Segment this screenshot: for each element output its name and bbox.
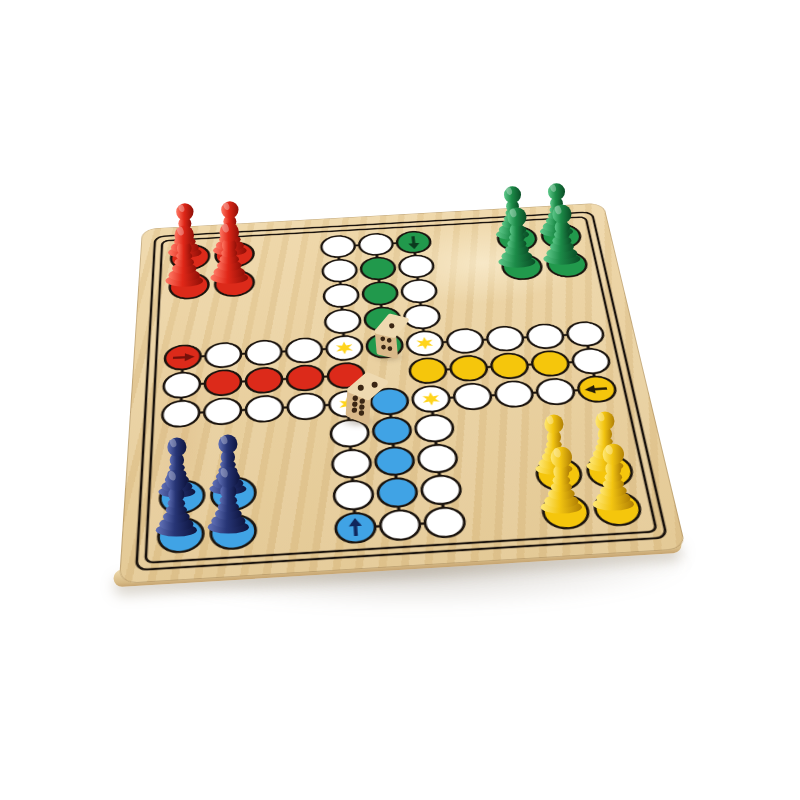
track-cell-10-7-white — [535, 378, 576, 405]
green-home-cell-3 — [364, 307, 401, 332]
track-cell-7-10-white — [420, 475, 462, 505]
blue-yard-circle-1 — [159, 480, 204, 515]
track-cell-1-7-white — [162, 400, 200, 428]
track-cell-7-9-white — [417, 444, 458, 473]
track-cell-8-5-white — [446, 328, 484, 354]
yellow-yard-circle-4 — [592, 491, 643, 526]
red-home-cell-2 — [246, 367, 282, 394]
track-cell-5-2-white — [322, 259, 357, 283]
red-yard-circle-2 — [215, 242, 253, 268]
red-yard-circle-3 — [169, 272, 209, 299]
track-cell-2-5-white — [205, 342, 241, 368]
blue-yard-circle-2 — [211, 477, 255, 512]
blue-home-cell-2 — [375, 446, 415, 475]
track-cell-2-7-white — [204, 397, 241, 425]
track-cell-6-1-white — [359, 233, 394, 256]
blue-home-cell-3 — [372, 417, 411, 445]
yellow-home-cell-1 — [530, 350, 570, 376]
board-design — [119, 203, 686, 584]
track-cell-5-8-white — [330, 419, 369, 447]
yellow-home-cell-2 — [490, 353, 530, 379]
red-home-cell-1 — [205, 369, 241, 396]
track-cell-5-4-white — [325, 309, 361, 334]
track-cell-4-5-white — [286, 337, 322, 363]
red-yard-circle-4 — [215, 270, 254, 297]
yellow-yard-circle-1 — [535, 457, 584, 491]
red-home-cell-3 — [287, 365, 324, 392]
yellow-home-cell-4 — [409, 357, 448, 384]
track-cell-3-7-white — [246, 395, 283, 423]
track-cell-7-8-white — [414, 414, 454, 442]
track-cell-5-3-white — [323, 284, 359, 308]
green-yard-circle-3 — [501, 254, 544, 281]
track-cell-7-3-white — [401, 279, 438, 303]
yellow-home-cell-3 — [449, 355, 488, 381]
track-cell-11-5-white — [565, 321, 605, 347]
track-cell-7-2-white — [398, 255, 434, 278]
green-yard-circle-1 — [496, 226, 538, 252]
track-cell-8-7-white — [453, 383, 493, 410]
track-cell-5-1-white — [321, 235, 356, 258]
track-cell-7-4-white — [403, 304, 440, 329]
ludo-board-photo — [0, 0, 800, 800]
track-cell-6-11-white — [379, 509, 421, 541]
yellow-yard-circle-2 — [585, 454, 635, 488]
blue-home-cell-4 — [370, 388, 409, 415]
track-cell-9-7-white — [494, 380, 534, 407]
green-home-cell-2 — [362, 281, 398, 305]
track-cell-7-11-white — [424, 507, 466, 538]
blue-home-cell-1 — [377, 477, 418, 507]
track-cell-5-10-white — [333, 480, 373, 510]
green-home-cell-4 — [366, 333, 403, 359]
track-cell-5-9-white — [332, 449, 372, 478]
yellow-yard-circle-3 — [541, 494, 591, 529]
blue-yard-circle-3 — [158, 517, 204, 553]
track-cell-1-6-white — [163, 372, 200, 399]
green-yard-circle-2 — [540, 223, 583, 249]
track-cell-4-7-white — [287, 393, 325, 421]
blue-yard-circle-4 — [211, 514, 256, 550]
red-home-cell-4 — [327, 362, 364, 389]
green-home-cell-1 — [360, 257, 396, 280]
track-cell-9-5-white — [486, 326, 525, 352]
board — [119, 203, 686, 584]
track-cell-10-5-white — [526, 324, 566, 350]
green-yard-circle-4 — [545, 251, 588, 278]
track-cell-3-5-white — [246, 340, 282, 366]
red-yard-circle-1 — [171, 244, 210, 270]
track-cell-11-6-white — [571, 348, 612, 374]
